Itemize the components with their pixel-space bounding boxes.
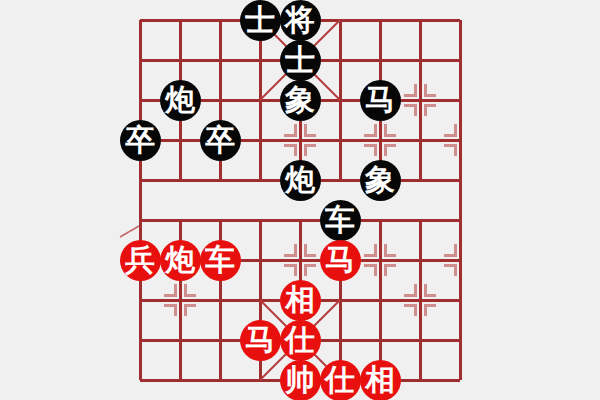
star-point-marker — [284, 145, 295, 156]
piece-black-advisor[interactable]: 士 — [240, 0, 281, 41]
star-point-marker — [404, 284, 415, 295]
star-point-marker — [284, 244, 295, 255]
piece-black-elephant[interactable]: 象 — [280, 80, 321, 121]
star-point-marker — [404, 105, 415, 116]
star-point-marker — [164, 284, 175, 295]
piece-red-advisor[interactable]: 仕 — [280, 320, 321, 361]
piece-black-cannon[interactable]: 炮 — [160, 80, 201, 121]
star-point-marker — [185, 305, 196, 316]
star-point-marker — [385, 124, 396, 135]
star-point-marker — [364, 265, 375, 276]
piece-red-pawn[interactable]: 兵 — [120, 240, 161, 281]
star-point-marker — [305, 145, 316, 156]
piece-red-horse[interactable]: 马 — [320, 240, 361, 281]
star-point-marker — [284, 124, 295, 135]
board-line — [120, 226, 139, 237]
star-point-marker — [444, 124, 455, 135]
piece-red-cannon[interactable]: 炮 — [160, 240, 201, 281]
piece-black-horse[interactable]: 马 — [360, 80, 401, 121]
piece-red-chariot[interactable]: 车 — [200, 240, 241, 281]
piece-black-chariot[interactable]: 车 — [320, 200, 361, 241]
piece-black-advisor[interactable]: 士 — [280, 40, 321, 81]
star-point-marker — [385, 145, 396, 156]
star-point-marker — [284, 265, 295, 276]
piece-black-general[interactable]: 将 — [280, 0, 321, 41]
star-point-marker — [385, 244, 396, 255]
star-point-marker — [444, 145, 455, 156]
star-point-marker — [364, 145, 375, 156]
piece-red-general[interactable]: 帅 — [280, 360, 321, 400]
star-point-marker — [385, 265, 396, 276]
star-point-marker — [305, 124, 316, 135]
star-point-marker — [305, 244, 316, 255]
piece-black-pawn[interactable]: 卒 — [200, 120, 241, 161]
piece-red-elephant[interactable]: 相 — [360, 360, 401, 400]
piece-black-cannon[interactable]: 炮 — [280, 160, 321, 201]
star-point-marker — [425, 84, 436, 95]
star-point-marker — [404, 305, 415, 316]
star-point-marker — [444, 244, 455, 255]
star-point-marker — [164, 305, 175, 316]
piece-red-elephant[interactable]: 相 — [280, 280, 321, 321]
star-point-marker — [364, 124, 375, 135]
star-point-marker — [364, 244, 375, 255]
piece-red-horse[interactable]: 马 — [240, 320, 281, 361]
star-point-marker — [425, 105, 436, 116]
star-point-marker — [425, 284, 436, 295]
piece-red-advisor[interactable]: 仕 — [320, 360, 361, 400]
star-point-marker — [404, 84, 415, 95]
star-point-marker — [305, 265, 316, 276]
star-point-marker — [444, 265, 455, 276]
star-point-marker — [185, 284, 196, 295]
piece-black-pawn[interactable]: 卒 — [120, 120, 161, 161]
star-point-marker — [425, 305, 436, 316]
piece-black-elephant[interactable]: 象 — [360, 160, 401, 201]
xiangqi-screenshot: 士将士炮象马卒卒炮象车兵炮车马相马仕帅仕相 — [0, 0, 600, 400]
